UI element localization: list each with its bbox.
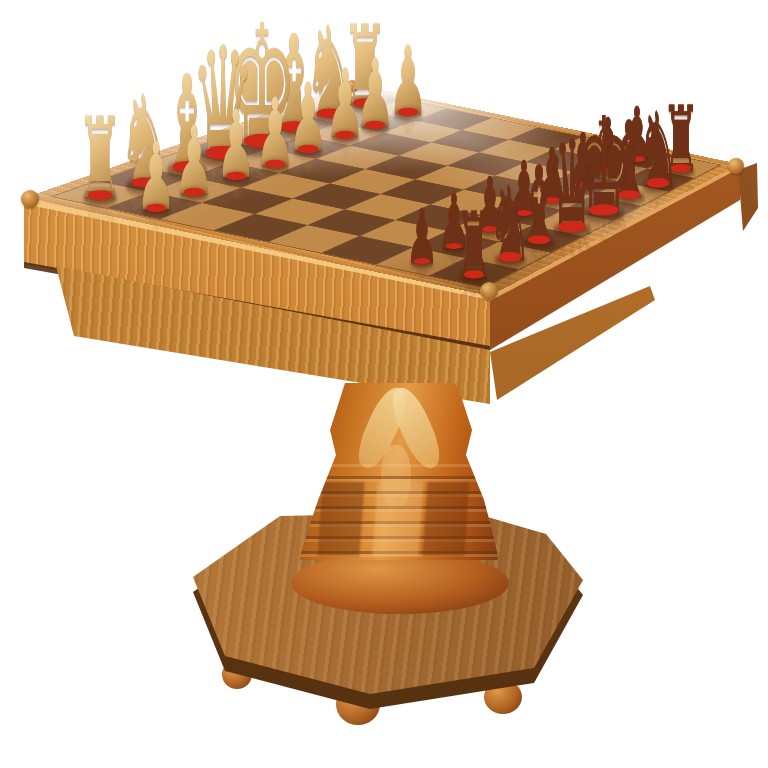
- corner-knob-icon: [21, 190, 39, 208]
- pedestal-column: [295, 383, 505, 560]
- pedestal-light-lamination: [372, 482, 423, 556]
- pedestal-cushion: [291, 552, 509, 614]
- corner-knob-icon: [480, 282, 498, 300]
- pedestal-dark-lamination: [318, 482, 365, 556]
- chess-table-photo: ♜♜♞♞♝♝♛♛♚♚♝♝♞♞♜♜♟♟♟♟♟♟♟♟♟♟♟♟♟♟♟♟♟♟♟♟♟♟♟♟…: [0, 0, 768, 768]
- pedestal-dark-lamination: [423, 482, 470, 556]
- corner-knob-icon: [346, 80, 358, 92]
- corner-knob-icon: [728, 158, 744, 174]
- chessboard-grid: [54, 90, 719, 287]
- chess-tabletop: [24, 84, 740, 296]
